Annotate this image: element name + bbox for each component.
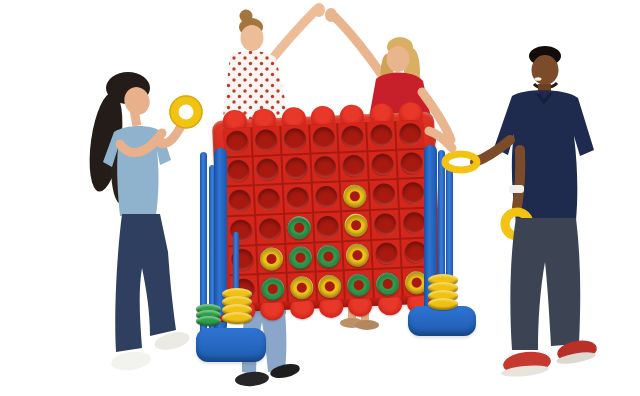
woman-red-top-hand-on-frame [429, 131, 452, 148]
smile [535, 77, 542, 81]
person-woman-left [84, 72, 202, 373]
white-watch [509, 185, 524, 193]
white-sneaker-left [110, 349, 152, 372]
dark-jeans [510, 218, 580, 350]
arm-to-lower-disc [517, 150, 520, 207]
dark-jeans [115, 214, 176, 352]
people-in-front [0, 0, 640, 396]
navy-polo [494, 90, 594, 222]
held-yellow-disc [174, 100, 198, 124]
head [532, 55, 559, 85]
product-photo-stage [0, 0, 640, 396]
person-man-right [445, 46, 598, 378]
